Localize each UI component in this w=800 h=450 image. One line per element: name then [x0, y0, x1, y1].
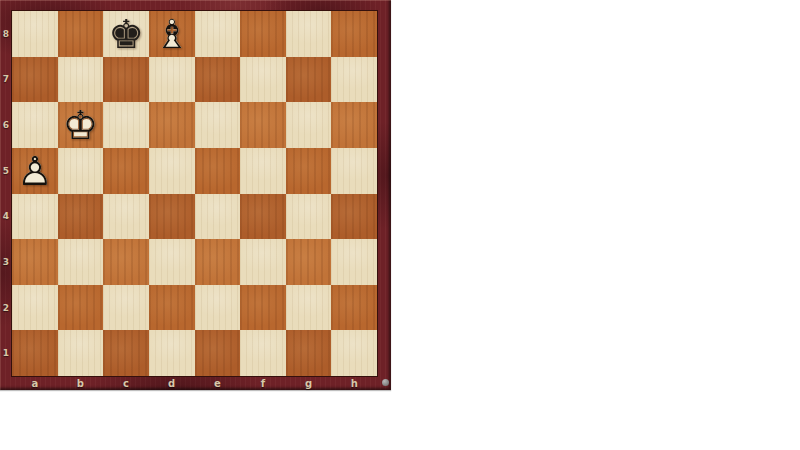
square-d3[interactable] [149, 239, 195, 285]
square-g2[interactable] [286, 285, 332, 331]
square-h3[interactable] [331, 239, 377, 285]
square-h8[interactable] [331, 11, 377, 57]
white-king[interactable]: ♚♔ [58, 102, 104, 148]
square-c6[interactable] [103, 102, 149, 148]
square-c7[interactable] [103, 57, 149, 103]
square-b1[interactable] [58, 330, 104, 376]
square-f2[interactable] [240, 285, 286, 331]
square-d4[interactable] [149, 194, 195, 240]
board-corner-dot [382, 379, 389, 386]
file-label-f: f [240, 376, 286, 390]
rank-label-8: 8 [0, 11, 12, 57]
square-c3[interactable] [103, 239, 149, 285]
square-a3[interactable] [12, 239, 58, 285]
square-c5[interactable] [103, 148, 149, 194]
square-b3[interactable] [58, 239, 104, 285]
rank-label-4: 4 [0, 194, 12, 240]
rank-label-3: 3 [0, 239, 12, 285]
square-f3[interactable] [240, 239, 286, 285]
square-a7[interactable] [12, 57, 58, 103]
square-f1[interactable] [240, 330, 286, 376]
screenshot-canvas: ♚♝♗♚♔♟♙ 87654321 abcdefgh [0, 0, 800, 450]
square-b7[interactable] [58, 57, 104, 103]
square-c8[interactable]: ♚ [103, 11, 149, 57]
file-label-a: a [12, 376, 58, 390]
square-c2[interactable] [103, 285, 149, 331]
square-d7[interactable] [149, 57, 195, 103]
square-e2[interactable] [195, 285, 241, 331]
square-d5[interactable] [149, 148, 195, 194]
file-label-e: e [195, 376, 241, 390]
file-label-c: c [103, 376, 149, 390]
square-a1[interactable] [12, 330, 58, 376]
square-g6[interactable] [286, 102, 332, 148]
black-king[interactable]: ♚ [103, 11, 149, 57]
square-f8[interactable] [240, 11, 286, 57]
square-d6[interactable] [149, 102, 195, 148]
square-e1[interactable] [195, 330, 241, 376]
square-a2[interactable] [12, 285, 58, 331]
square-a4[interactable] [12, 194, 58, 240]
square-h7[interactable] [331, 57, 377, 103]
square-g4[interactable] [286, 194, 332, 240]
square-f4[interactable] [240, 194, 286, 240]
square-h1[interactable] [331, 330, 377, 376]
rank-labels: 87654321 [0, 11, 12, 376]
square-g1[interactable] [286, 330, 332, 376]
square-b4[interactable] [58, 194, 104, 240]
square-b5[interactable] [58, 148, 104, 194]
square-h2[interactable] [331, 285, 377, 331]
square-h4[interactable] [331, 194, 377, 240]
chessboard-frame: ♚♝♗♚♔♟♙ 87654321 abcdefgh [0, 0, 391, 390]
square-g7[interactable] [286, 57, 332, 103]
square-b2[interactable] [58, 285, 104, 331]
square-e3[interactable] [195, 239, 241, 285]
chess-board: ♚♝♗♚♔♟♙ [12, 11, 377, 376]
square-a5[interactable]: ♟♙ [12, 148, 58, 194]
square-b6[interactable]: ♚♔ [58, 102, 104, 148]
rank-label-7: 7 [0, 57, 12, 103]
file-label-g: g [286, 376, 332, 390]
square-d8[interactable]: ♝♗ [149, 11, 195, 57]
square-e5[interactable] [195, 148, 241, 194]
square-e7[interactable] [195, 57, 241, 103]
square-f7[interactable] [240, 57, 286, 103]
square-g8[interactable] [286, 11, 332, 57]
square-f6[interactable] [240, 102, 286, 148]
square-d2[interactable] [149, 285, 195, 331]
rank-label-6: 6 [0, 102, 12, 148]
square-a8[interactable] [12, 11, 58, 57]
square-g3[interactable] [286, 239, 332, 285]
square-e4[interactable] [195, 194, 241, 240]
square-c1[interactable] [103, 330, 149, 376]
white-pawn[interactable]: ♟♙ [12, 148, 58, 194]
square-c4[interactable] [103, 194, 149, 240]
square-g5[interactable] [286, 148, 332, 194]
rank-label-1: 1 [0, 330, 12, 376]
square-h6[interactable] [331, 102, 377, 148]
file-label-h: h [331, 376, 377, 390]
file-labels: abcdefgh [12, 376, 377, 390]
rank-label-5: 5 [0, 148, 12, 194]
white-bishop[interactable]: ♝♗ [149, 11, 195, 57]
file-label-b: b [58, 376, 104, 390]
square-e8[interactable] [195, 11, 241, 57]
file-label-d: d [149, 376, 195, 390]
square-b8[interactable] [58, 11, 104, 57]
square-d1[interactable] [149, 330, 195, 376]
square-a6[interactable] [12, 102, 58, 148]
square-e6[interactable] [195, 102, 241, 148]
square-h5[interactable] [331, 148, 377, 194]
square-f5[interactable] [240, 148, 286, 194]
rank-label-2: 2 [0, 285, 12, 331]
